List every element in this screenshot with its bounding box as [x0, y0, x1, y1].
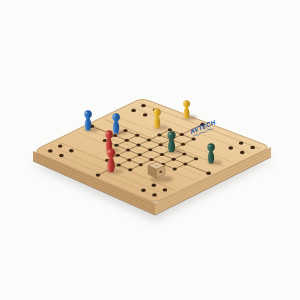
board: AVTECH	[0, 0, 300, 300]
pawn-red-2[interactable]	[104, 148, 118, 173]
pawn-green-1[interactable]	[165, 131, 178, 153]
pawn-yellow-1[interactable]	[151, 108, 163, 129]
ludo-board-photo: AVTECH	[0, 0, 300, 300]
pawn-yellow-2[interactable]	[181, 100, 192, 119]
wooden-die[interactable]	[146, 160, 167, 180]
pawn-blue-1[interactable]	[82, 110, 94, 131]
pawn-green-2[interactable]	[205, 143, 217, 164]
